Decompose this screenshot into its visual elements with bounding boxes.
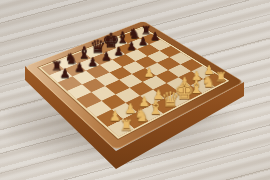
square-d3 (129, 82, 153, 96)
board-grid: ♜♞♝♛♚♝♞♜♟♟♟♟♟♟♟♟♟♟♟♟♟♟♟♟♜♞♝♛♚♝♞♜ (41, 28, 226, 137)
white-knight-g1: ♞ (200, 74, 217, 90)
white-rook-h1: ♜ (212, 70, 229, 83)
chess-set-scene: ♜♞♝♛♚♝♞♜♟♟♟♟♟♟♟♟♟♟♟♟♟♟♟♟♜♞♝♛♚♝♞♜ (54, 0, 210, 152)
square-h1: ♜ (202, 73, 226, 87)
